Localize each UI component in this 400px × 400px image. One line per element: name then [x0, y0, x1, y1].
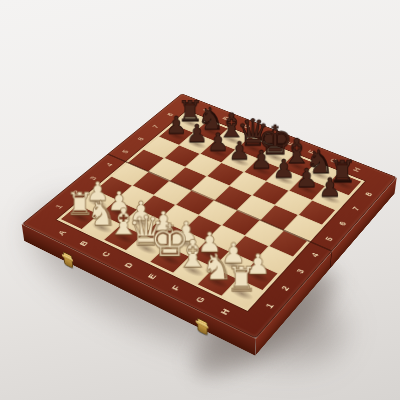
square-h5[interactable]	[284, 215, 321, 240]
scene: AABBCCDDEEFFGGHH1122334455667788 ♜♞♝♛♚♝♞…	[22, 93, 397, 338]
piece-white-rook[interactable]: ♜	[216, 256, 268, 292]
square-g5[interactable]	[261, 206, 298, 230]
square-h6[interactable]	[299, 201, 335, 225]
fold-seam-side	[330, 251, 332, 269]
photo-of-chess-set: AABBCCDDEEFFGGHH1122334455667788 ♜♞♝♛♚♝♞…	[0, 0, 400, 400]
